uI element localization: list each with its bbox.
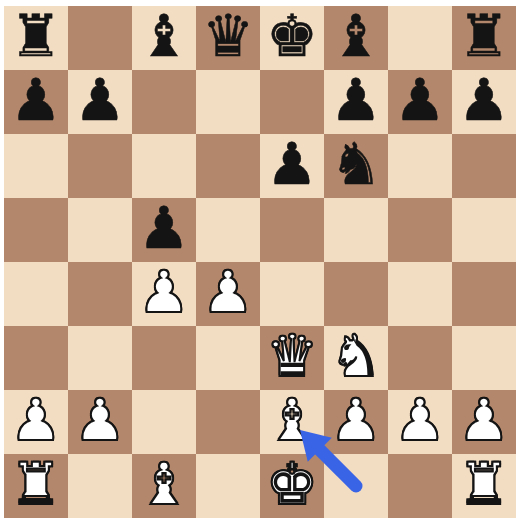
square-b4[interactable] xyxy=(68,262,132,326)
square-b1[interactable] xyxy=(68,454,132,518)
square-a8[interactable]: ♜ xyxy=(4,6,68,70)
black-rook-h8[interactable]: ♜ xyxy=(458,4,510,68)
square-e6[interactable]: ♟ xyxy=(260,134,324,198)
square-d4[interactable]: ♟ xyxy=(196,262,260,326)
white-knight-f3[interactable]: ♞ xyxy=(330,324,382,388)
black-king-e8[interactable]: ♚ xyxy=(266,4,318,68)
white-pawn-c4[interactable]: ♟ xyxy=(138,260,190,324)
square-d7[interactable] xyxy=(196,70,260,134)
black-pawn-b7[interactable]: ♟ xyxy=(74,68,126,132)
square-a3[interactable] xyxy=(4,326,68,390)
square-h6[interactable] xyxy=(452,134,516,198)
square-g7[interactable]: ♟ xyxy=(388,70,452,134)
square-g4[interactable] xyxy=(388,262,452,326)
black-pawn-e6[interactable]: ♟ xyxy=(266,132,318,196)
square-f2[interactable]: ♟ xyxy=(324,390,388,454)
square-b6[interactable] xyxy=(68,134,132,198)
black-pawn-g7[interactable]: ♟ xyxy=(394,68,446,132)
square-h2[interactable]: ♟ xyxy=(452,390,516,454)
square-d3[interactable] xyxy=(196,326,260,390)
square-d6[interactable] xyxy=(196,134,260,198)
square-b3[interactable] xyxy=(68,326,132,390)
square-b7[interactable]: ♟ xyxy=(68,70,132,134)
square-a5[interactable] xyxy=(4,198,68,262)
chess-board-container: ♜♝♛♚♝♜♟♟♟♟♟♟♞♟♟♟♛♞♟♟♝♟♟♟♜♝♚♜ xyxy=(4,6,516,518)
white-pawn-g2[interactable]: ♟ xyxy=(394,388,446,452)
square-f6[interactable]: ♞ xyxy=(324,134,388,198)
square-f5[interactable] xyxy=(324,198,388,262)
white-rook-h1[interactable]: ♜ xyxy=(458,452,510,516)
square-a1[interactable]: ♜ xyxy=(4,454,68,518)
white-king-e1[interactable]: ♚ xyxy=(266,452,318,516)
square-f8[interactable]: ♝ xyxy=(324,6,388,70)
square-c2[interactable] xyxy=(132,390,196,454)
square-h5[interactable] xyxy=(452,198,516,262)
square-h4[interactable] xyxy=(452,262,516,326)
square-e2[interactable]: ♝ xyxy=(260,390,324,454)
square-h1[interactable]: ♜ xyxy=(452,454,516,518)
square-f3[interactable]: ♞ xyxy=(324,326,388,390)
square-c6[interactable] xyxy=(132,134,196,198)
square-c8[interactable]: ♝ xyxy=(132,6,196,70)
square-g5[interactable] xyxy=(388,198,452,262)
square-e1[interactable]: ♚ xyxy=(260,454,324,518)
square-e7[interactable] xyxy=(260,70,324,134)
white-pawn-a2[interactable]: ♟ xyxy=(10,388,62,452)
square-d1[interactable] xyxy=(196,454,260,518)
square-c5[interactable]: ♟ xyxy=(132,198,196,262)
square-e3[interactable]: ♛ xyxy=(260,326,324,390)
white-queen-e3[interactable]: ♛ xyxy=(266,324,318,388)
square-c1[interactable]: ♝ xyxy=(132,454,196,518)
square-e8[interactable]: ♚ xyxy=(260,6,324,70)
square-h3[interactable] xyxy=(452,326,516,390)
square-a2[interactable]: ♟ xyxy=(4,390,68,454)
white-bishop-c1[interactable]: ♝ xyxy=(138,452,190,516)
square-b2[interactable]: ♟ xyxy=(68,390,132,454)
square-b5[interactable] xyxy=(68,198,132,262)
square-f7[interactable]: ♟ xyxy=(324,70,388,134)
black-pawn-h7[interactable]: ♟ xyxy=(458,68,510,132)
square-h8[interactable]: ♜ xyxy=(452,6,516,70)
square-e4[interactable] xyxy=(260,262,324,326)
square-d8[interactable]: ♛ xyxy=(196,6,260,70)
square-h7[interactable]: ♟ xyxy=(452,70,516,134)
white-pawn-f2[interactable]: ♟ xyxy=(330,388,382,452)
square-a7[interactable]: ♟ xyxy=(4,70,68,134)
square-g6[interactable] xyxy=(388,134,452,198)
square-d5[interactable] xyxy=(196,198,260,262)
square-g2[interactable]: ♟ xyxy=(388,390,452,454)
white-bishop-e2[interactable]: ♝ xyxy=(266,388,318,452)
square-c3[interactable] xyxy=(132,326,196,390)
square-g8[interactable] xyxy=(388,6,452,70)
square-c4[interactable]: ♟ xyxy=(132,262,196,326)
square-e5[interactable] xyxy=(260,198,324,262)
black-queen-d8[interactable]: ♛ xyxy=(202,4,254,68)
square-g1[interactable] xyxy=(388,454,452,518)
square-f1[interactable] xyxy=(324,454,388,518)
black-rook-a8[interactable]: ♜ xyxy=(10,4,62,68)
square-b8[interactable] xyxy=(68,6,132,70)
black-pawn-a7[interactable]: ♟ xyxy=(10,68,62,132)
square-g3[interactable] xyxy=(388,326,452,390)
square-d2[interactable] xyxy=(196,390,260,454)
chess-board: ♜♝♛♚♝♜♟♟♟♟♟♟♞♟♟♟♛♞♟♟♝♟♟♟♜♝♚♜ xyxy=(4,6,516,518)
square-a6[interactable] xyxy=(4,134,68,198)
square-c7[interactable] xyxy=(132,70,196,134)
white-pawn-h2[interactable]: ♟ xyxy=(458,388,510,452)
white-pawn-b2[interactable]: ♟ xyxy=(74,388,126,452)
square-f4[interactable] xyxy=(324,262,388,326)
white-rook-a1[interactable]: ♜ xyxy=(10,452,62,516)
black-bishop-c8[interactable]: ♝ xyxy=(138,4,190,68)
black-pawn-c5[interactable]: ♟ xyxy=(138,196,190,260)
white-pawn-d4[interactable]: ♟ xyxy=(202,260,254,324)
black-bishop-f8[interactable]: ♝ xyxy=(330,4,382,68)
black-knight-f6[interactable]: ♞ xyxy=(330,132,382,196)
black-pawn-f7[interactable]: ♟ xyxy=(330,68,382,132)
square-a4[interactable] xyxy=(4,262,68,326)
